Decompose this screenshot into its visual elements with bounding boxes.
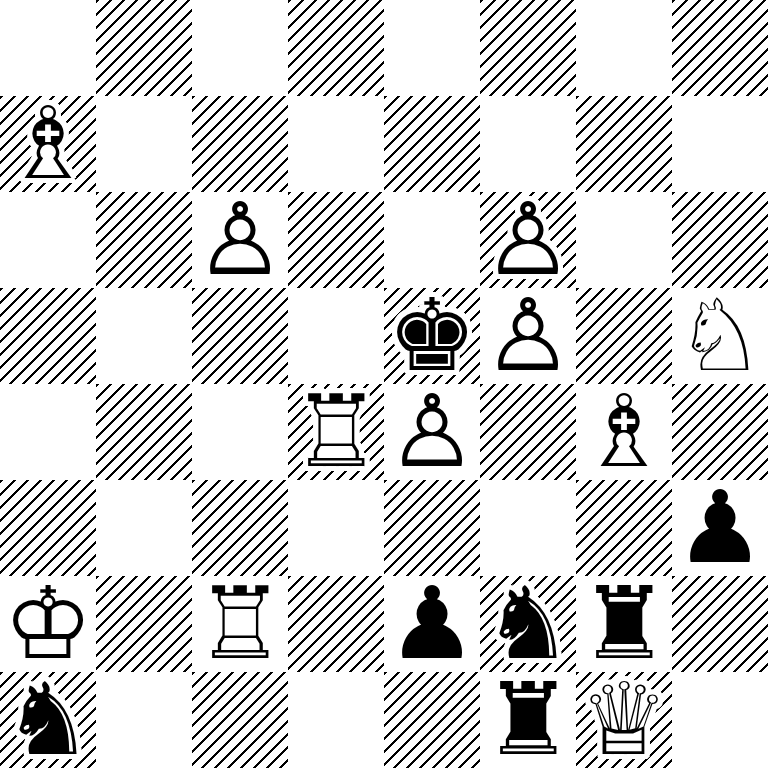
- square-c1[interactable]: [192, 672, 288, 768]
- square-d7[interactable]: [288, 96, 384, 192]
- white-rook: ♜♖: [288, 384, 384, 480]
- square-b5[interactable]: [96, 288, 192, 384]
- square-f1[interactable]: ♜: [480, 672, 576, 768]
- square-f6[interactable]: ♟♙: [480, 192, 576, 288]
- square-b1[interactable]: [96, 672, 192, 768]
- square-a3[interactable]: [0, 480, 96, 576]
- white-bishop: ♝♗: [576, 384, 672, 480]
- square-b8[interactable]: [96, 0, 192, 96]
- black-rook: ♜: [576, 576, 672, 672]
- square-a4[interactable]: [0, 384, 96, 480]
- square-d5[interactable]: [288, 288, 384, 384]
- square-c5[interactable]: [192, 288, 288, 384]
- square-h8[interactable]: [672, 0, 768, 96]
- square-d2[interactable]: [288, 576, 384, 672]
- square-c7[interactable]: [192, 96, 288, 192]
- square-d6[interactable]: [288, 192, 384, 288]
- square-g1[interactable]: ♛♕: [576, 672, 672, 768]
- square-f3[interactable]: [480, 480, 576, 576]
- white-pawn: ♟♙: [192, 192, 288, 288]
- black-rook: ♜: [480, 672, 576, 768]
- square-b4[interactable]: [96, 384, 192, 480]
- square-b2[interactable]: [96, 576, 192, 672]
- square-e8[interactable]: [384, 0, 480, 96]
- white-queen: ♛♕: [576, 672, 672, 768]
- square-h3[interactable]: ♟: [672, 480, 768, 576]
- square-b7[interactable]: [96, 96, 192, 192]
- square-a7[interactable]: ♝♗: [0, 96, 96, 192]
- square-e4[interactable]: ♟♙: [384, 384, 480, 480]
- square-a8[interactable]: [0, 0, 96, 96]
- black-pawn: ♟: [384, 576, 480, 672]
- square-c3[interactable]: [192, 480, 288, 576]
- white-pawn: ♟♙: [480, 288, 576, 384]
- square-b3[interactable]: [96, 480, 192, 576]
- square-c8[interactable]: [192, 0, 288, 96]
- square-a5[interactable]: [0, 288, 96, 384]
- black-pawn: ♟: [672, 480, 768, 576]
- square-a2[interactable]: ♚♔: [0, 576, 96, 672]
- square-g8[interactable]: [576, 0, 672, 96]
- square-a1[interactable]: ♞: [0, 672, 96, 768]
- white-pawn: ♟♙: [480, 192, 576, 288]
- square-d1[interactable]: [288, 672, 384, 768]
- square-g2[interactable]: ♜: [576, 576, 672, 672]
- square-f4[interactable]: [480, 384, 576, 480]
- square-e7[interactable]: [384, 96, 480, 192]
- square-e6[interactable]: [384, 192, 480, 288]
- square-h5[interactable]: ♞♘: [672, 288, 768, 384]
- black-knight: ♞: [0, 672, 96, 768]
- square-e2[interactable]: ♟: [384, 576, 480, 672]
- square-g6[interactable]: [576, 192, 672, 288]
- square-h2[interactable]: [672, 576, 768, 672]
- chess-board: ♝♗♟♙♟♙♚♟♙♞♘♜♖♟♙♝♗♟♚♔♜♖♟♞♜♞♜♛♕: [0, 0, 768, 768]
- square-e3[interactable]: [384, 480, 480, 576]
- square-d8[interactable]: [288, 0, 384, 96]
- square-h6[interactable]: [672, 192, 768, 288]
- square-g7[interactable]: [576, 96, 672, 192]
- square-d3[interactable]: [288, 480, 384, 576]
- square-f5[interactable]: ♟♙: [480, 288, 576, 384]
- square-h7[interactable]: [672, 96, 768, 192]
- square-h1[interactable]: [672, 672, 768, 768]
- square-d4[interactable]: ♜♖: [288, 384, 384, 480]
- square-e5[interactable]: ♚: [384, 288, 480, 384]
- square-c4[interactable]: [192, 384, 288, 480]
- square-h4[interactable]: [672, 384, 768, 480]
- square-b6[interactable]: [96, 192, 192, 288]
- square-c6[interactable]: ♟♙: [192, 192, 288, 288]
- square-f8[interactable]: [480, 0, 576, 96]
- square-f2[interactable]: ♞: [480, 576, 576, 672]
- square-a6[interactable]: [0, 192, 96, 288]
- white-pawn: ♟♙: [384, 384, 480, 480]
- square-g3[interactable]: [576, 480, 672, 576]
- black-knight: ♞: [480, 576, 576, 672]
- square-c2[interactable]: ♜♖: [192, 576, 288, 672]
- square-g5[interactable]: [576, 288, 672, 384]
- white-bishop: ♝♗: [0, 96, 96, 192]
- white-king: ♚♔: [0, 576, 96, 672]
- square-e1[interactable]: [384, 672, 480, 768]
- white-rook: ♜♖: [192, 576, 288, 672]
- black-king: ♚: [384, 288, 480, 384]
- square-f7[interactable]: [480, 96, 576, 192]
- square-g4[interactable]: ♝♗: [576, 384, 672, 480]
- white-knight: ♞♘: [672, 288, 768, 384]
